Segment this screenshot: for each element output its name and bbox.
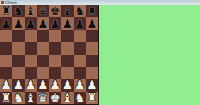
white-queen[interactable]: ♛ [37, 92, 48, 104]
square-e7[interactable]: ♟ [49, 17, 61, 29]
black-pawn[interactable]: ♟ [50, 17, 61, 29]
square-c5[interactable] [25, 42, 37, 54]
square-d5[interactable] [37, 42, 49, 54]
white-bishop[interactable]: ♝ [62, 92, 73, 104]
black-bishop[interactable]: ♝ [62, 5, 73, 17]
square-a3[interactable] [0, 67, 12, 79]
square-b2[interactable]: ♟ [12, 79, 24, 91]
black-pawn[interactable]: ♟ [25, 17, 36, 29]
window-title: Chess [5, 1, 17, 5]
square-g2[interactable]: ♟ [74, 79, 86, 91]
white-pawn[interactable]: ♟ [50, 79, 61, 91]
square-f2[interactable]: ♟ [61, 79, 73, 91]
square-h7[interactable]: ♟ [86, 17, 98, 29]
black-knight[interactable]: ♞ [74, 5, 85, 17]
black-pawn[interactable]: ♟ [86, 17, 97, 29]
black-pawn[interactable]: ♟ [62, 17, 73, 29]
app-icon [1, 1, 4, 4]
square-d3[interactable] [37, 67, 49, 79]
square-h6[interactable] [86, 30, 98, 42]
square-e2[interactable]: ♟ [49, 79, 61, 91]
chess-board[interactable]: ♜♞♝♛♚♝♞♜♟♟♟♟♟♟♟♟♟♟♟♟♟♟♟♟♜♞♝♛♚♝♞♜ [0, 5, 99, 105]
square-h1[interactable]: ♜ [86, 92, 98, 104]
square-c1[interactable]: ♝ [25, 92, 37, 104]
window-content: ♜♞♝♛♚♝♞♜♟♟♟♟♟♟♟♟♟♟♟♟♟♟♟♟♜♞♝♛♚♝♞♜ [0, 5, 200, 105]
square-c8[interactable]: ♝ [25, 5, 37, 17]
square-e4[interactable] [49, 55, 61, 67]
black-pawn[interactable]: ♟ [37, 17, 48, 29]
square-e8[interactable]: ♚ [49, 5, 61, 17]
white-pawn[interactable]: ♟ [86, 79, 97, 91]
square-h5[interactable] [86, 42, 98, 54]
square-a5[interactable] [0, 42, 12, 54]
square-a7[interactable]: ♟ [0, 17, 12, 29]
black-pawn[interactable]: ♟ [1, 17, 12, 29]
square-d6[interactable] [37, 30, 49, 42]
black-pawn[interactable]: ♟ [13, 17, 24, 29]
white-pawn[interactable]: ♟ [37, 79, 48, 91]
square-a8[interactable]: ♜ [0, 5, 12, 17]
black-knight[interactable]: ♞ [13, 5, 24, 17]
black-king[interactable]: ♚ [50, 5, 61, 17]
white-pawn[interactable]: ♟ [74, 79, 85, 91]
square-f6[interactable] [61, 30, 73, 42]
square-h8[interactable]: ♜ [86, 5, 98, 17]
white-pawn[interactable]: ♟ [13, 79, 24, 91]
white-bishop[interactable]: ♝ [25, 92, 36, 104]
white-rook[interactable]: ♜ [86, 92, 97, 104]
square-c6[interactable] [25, 30, 37, 42]
square-g5[interactable] [74, 42, 86, 54]
square-c2[interactable]: ♟ [25, 79, 37, 91]
white-pawn[interactable]: ♟ [1, 79, 12, 91]
white-knight[interactable]: ♞ [13, 92, 24, 104]
square-e6[interactable] [49, 30, 61, 42]
square-d2[interactable]: ♟ [37, 79, 49, 91]
square-e1[interactable]: ♚ [49, 92, 61, 104]
square-f1[interactable]: ♝ [61, 92, 73, 104]
square-h2[interactable]: ♟ [86, 79, 98, 91]
square-c4[interactable] [25, 55, 37, 67]
white-king[interactable]: ♚ [50, 92, 61, 104]
square-f7[interactable]: ♟ [61, 17, 73, 29]
square-c3[interactable] [25, 67, 37, 79]
white-rook[interactable]: ♜ [1, 92, 12, 104]
white-knight[interactable]: ♞ [74, 92, 85, 104]
square-g7[interactable]: ♟ [74, 17, 86, 29]
square-d7[interactable]: ♟ [37, 17, 49, 29]
square-f3[interactable] [61, 67, 73, 79]
square-d4[interactable] [37, 55, 49, 67]
square-a1[interactable]: ♜ [0, 92, 12, 104]
white-pawn[interactable]: ♟ [25, 79, 36, 91]
square-f8[interactable]: ♝ [61, 5, 73, 17]
square-d8[interactable]: ♛ [37, 5, 49, 17]
square-h4[interactable] [86, 55, 98, 67]
square-b3[interactable] [12, 67, 24, 79]
square-c7[interactable]: ♟ [25, 17, 37, 29]
chess-app-window: Chess ♜♞♝♛♚♝♞♜♟♟♟♟♟♟♟♟♟♟♟♟♟♟♟♟♜♞♝♛♚♝♞♜ [0, 0, 200, 105]
square-b5[interactable] [12, 42, 24, 54]
square-e3[interactable] [49, 67, 61, 79]
side-panel [99, 5, 200, 105]
square-g6[interactable] [74, 30, 86, 42]
square-f4[interactable] [61, 55, 73, 67]
square-g3[interactable] [74, 67, 86, 79]
square-b7[interactable]: ♟ [12, 17, 24, 29]
square-g8[interactable]: ♞ [74, 5, 86, 17]
square-e5[interactable] [49, 42, 61, 54]
white-pawn[interactable]: ♟ [62, 79, 73, 91]
black-pawn[interactable]: ♟ [74, 17, 85, 29]
square-b8[interactable]: ♞ [12, 5, 24, 17]
square-h3[interactable] [86, 67, 98, 79]
black-bishop[interactable]: ♝ [25, 5, 36, 17]
square-b6[interactable] [12, 30, 24, 42]
square-d1[interactable]: ♛ [37, 92, 49, 104]
square-a4[interactable] [0, 55, 12, 67]
square-b4[interactable] [12, 55, 24, 67]
black-queen[interactable]: ♛ [37, 5, 48, 17]
square-a6[interactable] [0, 30, 12, 42]
square-a2[interactable]: ♟ [0, 79, 12, 91]
black-rook[interactable]: ♜ [1, 5, 12, 17]
square-g1[interactable]: ♞ [74, 92, 86, 104]
square-g4[interactable] [74, 55, 86, 67]
black-rook[interactable]: ♜ [86, 5, 97, 17]
square-b1[interactable]: ♞ [12, 92, 24, 104]
square-f5[interactable] [61, 42, 73, 54]
